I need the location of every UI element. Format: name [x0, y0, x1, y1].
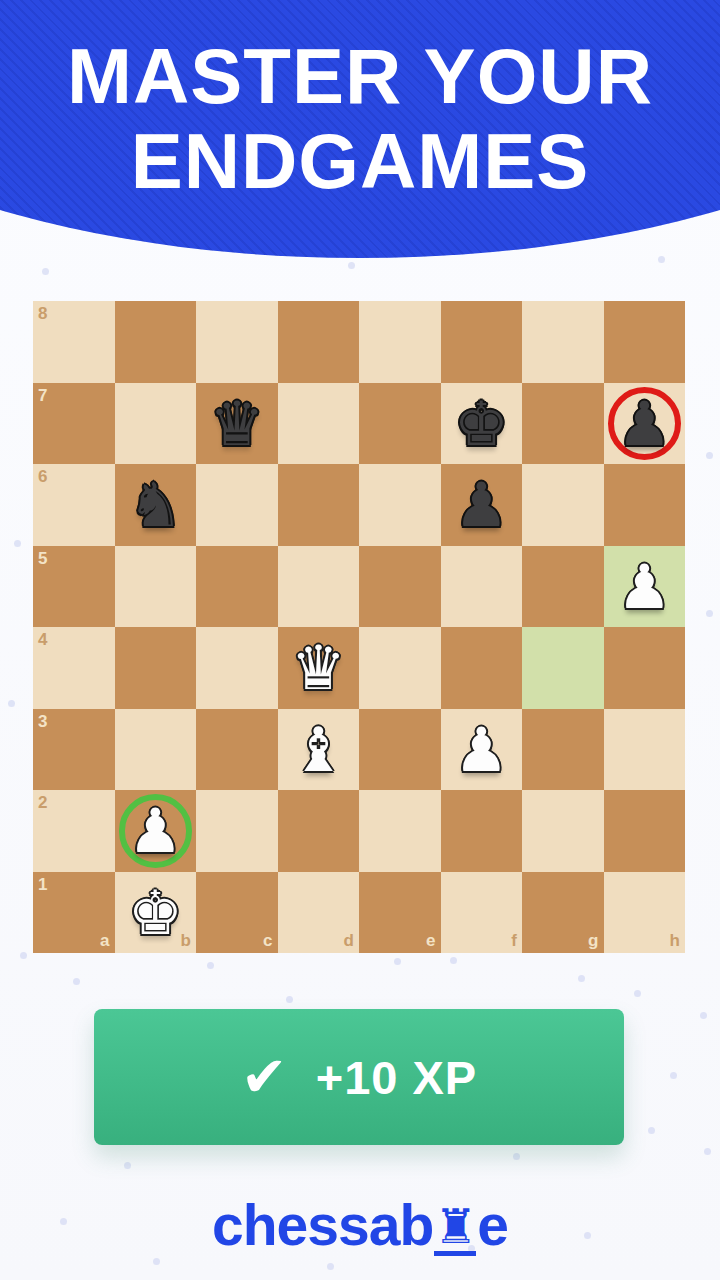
- white-pawn: ♟: [604, 546, 686, 628]
- square-a7[interactable]: 7: [33, 383, 115, 465]
- decorative-dot: [207, 962, 214, 969]
- square-c8[interactable]: [196, 301, 278, 383]
- black-queen: ♛: [196, 383, 278, 465]
- square-f6[interactable]: ♟: [441, 464, 523, 546]
- decorative-dot: [153, 1258, 160, 1265]
- hero-banner: MASTER YOUR ENDGAMES: [0, 0, 720, 258]
- square-a3[interactable]: 3: [33, 709, 115, 791]
- square-e4[interactable]: [359, 627, 441, 709]
- square-e5[interactable]: [359, 546, 441, 628]
- hero-title-line2: ENDGAMES: [0, 119, 720, 204]
- square-b4[interactable]: [115, 627, 197, 709]
- square-f2[interactable]: [441, 790, 523, 872]
- decorative-dot: [73, 978, 80, 985]
- rank-label-1: 1: [38, 875, 47, 895]
- square-f8[interactable]: [441, 301, 523, 383]
- decorative-dot: [704, 1148, 711, 1155]
- decorative-dot: [8, 700, 15, 707]
- square-b8[interactable]: [115, 301, 197, 383]
- square-a5[interactable]: 5: [33, 546, 115, 628]
- square-b7[interactable]: [115, 383, 197, 465]
- decorative-dot: [706, 452, 713, 459]
- square-c4[interactable]: [196, 627, 278, 709]
- black-king: ♚: [441, 383, 523, 465]
- file-label-g: g: [588, 931, 598, 951]
- square-f5[interactable]: [441, 546, 523, 628]
- file-label-d: d: [344, 931, 354, 951]
- decorative-dot: [513, 1153, 520, 1160]
- xp-label: +10 XP: [316, 1050, 477, 1105]
- square-a4[interactable]: 4: [33, 627, 115, 709]
- decorative-dot: [124, 1162, 131, 1169]
- decorative-dot: [20, 952, 27, 959]
- square-e8[interactable]: [359, 301, 441, 383]
- file-label-h: h: [670, 931, 680, 951]
- square-e3[interactable]: [359, 709, 441, 791]
- hero-title-line1: MASTER YOUR: [0, 34, 720, 119]
- square-e6[interactable]: [359, 464, 441, 546]
- square-a8[interactable]: 8: [33, 301, 115, 383]
- square-b6[interactable]: ♞: [115, 464, 197, 546]
- black-pawn: ♟: [604, 383, 686, 465]
- rank-label-6: 6: [38, 467, 47, 487]
- square-a1[interactable]: 1a: [33, 872, 115, 954]
- square-d1[interactable]: d: [278, 872, 360, 954]
- square-d6[interactable]: [278, 464, 360, 546]
- square-g3[interactable]: [522, 709, 604, 791]
- hero-title: MASTER YOUR ENDGAMES: [0, 34, 720, 204]
- square-h4[interactable]: [604, 627, 686, 709]
- square-a2[interactable]: 2: [33, 790, 115, 872]
- square-c5[interactable]: [196, 546, 278, 628]
- square-h3[interactable]: [604, 709, 686, 791]
- rank-label-3: 3: [38, 712, 47, 732]
- decorative-dot: [348, 262, 355, 269]
- chess-board: 87♛♚♟6♞♟5♟4♛3♝♟2♟1ab♚cdefgh: [33, 301, 685, 953]
- decorative-dot: [670, 1072, 677, 1079]
- white-bishop: ♝: [278, 709, 360, 791]
- decorative-dot: [658, 256, 665, 263]
- decorative-dot: [634, 990, 641, 997]
- white-queen: ♛: [278, 627, 360, 709]
- square-e7[interactable]: [359, 383, 441, 465]
- square-g6[interactable]: [522, 464, 604, 546]
- checkmark-icon: ✔: [241, 1049, 288, 1105]
- square-h7[interactable]: ♟: [604, 383, 686, 465]
- square-c6[interactable]: [196, 464, 278, 546]
- rook-icon: ♜: [434, 1202, 476, 1256]
- square-d8[interactable]: [278, 301, 360, 383]
- square-d3[interactable]: ♝: [278, 709, 360, 791]
- square-g5[interactable]: [522, 546, 604, 628]
- square-e1[interactable]: e: [359, 872, 441, 954]
- decorative-dot: [700, 1012, 707, 1019]
- xp-reward-button[interactable]: ✔ +10 XP: [94, 1009, 624, 1145]
- square-c3[interactable]: [196, 709, 278, 791]
- decorative-dot: [706, 610, 713, 617]
- square-h2[interactable]: [604, 790, 686, 872]
- square-f4[interactable]: [441, 627, 523, 709]
- rank-label-8: 8: [38, 304, 47, 324]
- square-g1[interactable]: g: [522, 872, 604, 954]
- square-b1[interactable]: b♚: [115, 872, 197, 954]
- white-pawn: ♟: [115, 790, 197, 872]
- square-d2[interactable]: [278, 790, 360, 872]
- decorative-dot: [42, 268, 49, 275]
- square-b5[interactable]: [115, 546, 197, 628]
- chessable-logo: chessab♜e: [0, 1192, 720, 1258]
- rank-label-5: 5: [38, 549, 47, 569]
- square-b2[interactable]: ♟: [115, 790, 197, 872]
- decorative-dot: [450, 957, 457, 964]
- square-g2[interactable]: [522, 790, 604, 872]
- black-knight: ♞: [115, 464, 197, 546]
- square-f3[interactable]: ♟: [441, 709, 523, 791]
- square-g8[interactable]: [522, 301, 604, 383]
- square-f7[interactable]: ♚: [441, 383, 523, 465]
- square-g7[interactable]: [522, 383, 604, 465]
- white-king: ♚: [115, 872, 197, 954]
- square-h5[interactable]: ♟: [604, 546, 686, 628]
- logo-suffix: e: [477, 1193, 508, 1257]
- decorative-dot: [327, 1263, 334, 1270]
- square-f1[interactable]: f: [441, 872, 523, 954]
- square-a6[interactable]: 6: [33, 464, 115, 546]
- white-pawn: ♟: [441, 709, 523, 791]
- decorative-dot: [578, 975, 585, 982]
- rank-label-2: 2: [38, 793, 47, 813]
- decorative-dot: [648, 1127, 655, 1134]
- logo-prefix: chessab: [212, 1193, 433, 1257]
- black-pawn: ♟: [441, 464, 523, 546]
- square-e2[interactable]: [359, 790, 441, 872]
- square-c1[interactable]: c: [196, 872, 278, 954]
- square-h1[interactable]: h: [604, 872, 686, 954]
- square-d4[interactable]: ♛: [278, 627, 360, 709]
- decorative-dot: [394, 958, 401, 965]
- decorative-dot: [14, 540, 21, 547]
- rank-label-4: 4: [38, 630, 47, 650]
- file-label-c: c: [263, 931, 272, 951]
- square-g4[interactable]: [522, 627, 604, 709]
- square-d7[interactable]: [278, 383, 360, 465]
- decorative-dot: [286, 996, 293, 1003]
- file-label-a: a: [100, 931, 109, 951]
- rank-label-7: 7: [38, 386, 47, 406]
- square-c7[interactable]: ♛: [196, 383, 278, 465]
- square-h8[interactable]: [604, 301, 686, 383]
- square-d5[interactable]: [278, 546, 360, 628]
- file-label-f: f: [511, 931, 517, 951]
- screen: MASTER YOUR ENDGAMES 87♛♚♟6♞♟5♟4♛3♝♟2♟1a…: [0, 0, 720, 1280]
- file-label-e: e: [426, 931, 435, 951]
- square-b3[interactable]: [115, 709, 197, 791]
- square-c2[interactable]: [196, 790, 278, 872]
- square-h6[interactable]: [604, 464, 686, 546]
